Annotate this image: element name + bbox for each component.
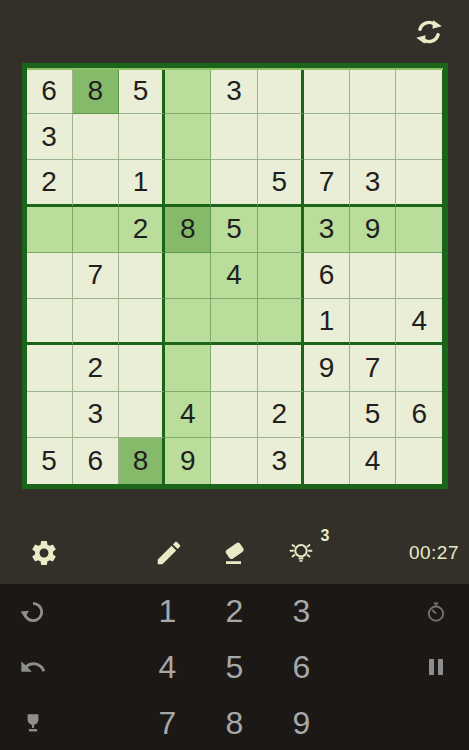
cell-r8c7[interactable] (304, 392, 350, 438)
cell-r6c5[interactable] (211, 299, 257, 345)
cell-r2c5[interactable] (211, 114, 257, 160)
restart-button[interactable] (0, 584, 66, 640)
hints-remaining-badge: 3 (321, 527, 330, 545)
cell-r1c8[interactable] (350, 68, 396, 114)
pause-button[interactable] (403, 640, 469, 696)
cell-r6c4[interactable] (165, 299, 211, 345)
cell-r7c9[interactable] (396, 345, 442, 391)
cell-r6c9[interactable]: 4 (396, 299, 442, 345)
cell-r6c6[interactable] (258, 299, 304, 345)
cell-r6c3[interactable] (119, 299, 165, 345)
cell-r2c7[interactable] (304, 114, 350, 160)
cell-r9c3[interactable]: 8 (119, 438, 165, 484)
cell-r3c6[interactable]: 5 (258, 160, 304, 206)
cell-r3c7[interactable]: 7 (304, 160, 350, 206)
cell-r5c5[interactable]: 4 (211, 253, 257, 299)
cell-r5c9[interactable] (396, 253, 442, 299)
cell-r9c2[interactable]: 6 (73, 438, 119, 484)
toolbar: 3 00:27 (0, 489, 469, 584)
eraser-button[interactable] (220, 538, 250, 568)
cell-r9c9[interactable] (396, 438, 442, 484)
cell-r3c5[interactable] (211, 160, 257, 206)
top-bar (0, 0, 469, 63)
cell-r7c1[interactable] (27, 345, 73, 391)
cell-r2c8[interactable] (350, 114, 396, 160)
cell-r3c2[interactable] (73, 160, 119, 206)
settings-button[interactable] (18, 538, 70, 568)
digit-3-button[interactable]: 3 (268, 584, 335, 640)
cell-r8c1[interactable] (27, 392, 73, 438)
lightbulb-icon (286, 538, 316, 568)
cell-r4c8[interactable]: 9 (350, 207, 396, 253)
cell-r3c4[interactable] (165, 160, 211, 206)
cell-r7c8[interactable]: 7 (350, 345, 396, 391)
cell-r9c6[interactable]: 3 (258, 438, 304, 484)
pause-icon (424, 655, 448, 679)
cell-r2c6[interactable] (258, 114, 304, 160)
cell-r4c7[interactable]: 3 (304, 207, 350, 253)
cell-r9c8[interactable]: 4 (350, 438, 396, 484)
cell-r1c4[interactable] (165, 68, 211, 114)
cell-r4c3[interactable]: 2 (119, 207, 165, 253)
cell-r5c2[interactable]: 7 (73, 253, 119, 299)
cell-r6c2[interactable] (73, 299, 119, 345)
cell-r5c4[interactable] (165, 253, 211, 299)
eraser-icon (220, 538, 250, 568)
cell-r7c5[interactable] (211, 345, 257, 391)
cell-r8c8[interactable]: 5 (350, 392, 396, 438)
cell-r6c7[interactable]: 1 (304, 299, 350, 345)
cell-r7c7[interactable]: 9 (304, 345, 350, 391)
sudoku-app: 6853321573285397461429734256568934 (0, 0, 469, 750)
stopwatch-icon (423, 599, 449, 625)
cell-r9c7[interactable] (304, 438, 350, 484)
cell-r1c6[interactable] (258, 68, 304, 114)
digit-6-button[interactable]: 6 (268, 640, 335, 696)
pencil-icon (154, 538, 184, 568)
cell-r4c6[interactable] (258, 207, 304, 253)
cell-r8c9[interactable]: 6 (396, 392, 442, 438)
cell-r4c2[interactable] (73, 207, 119, 253)
cell-r5c3[interactable] (119, 253, 165, 299)
digit-2-button[interactable]: 2 (201, 584, 268, 640)
cell-r8c5[interactable] (211, 392, 257, 438)
cell-r5c8[interactable] (350, 253, 396, 299)
cell-r7c3[interactable] (119, 345, 165, 391)
keypad: 1 2 3 4 5 6 (0, 584, 469, 750)
cell-r4c5[interactable]: 5 (211, 207, 257, 253)
digit-5-button[interactable]: 5 (201, 640, 268, 696)
digit-9-button[interactable]: 9 (268, 695, 335, 750)
undo-icon (19, 653, 47, 681)
trophy-icon (20, 710, 46, 736)
cell-r7c4[interactable] (165, 345, 211, 391)
cell-r5c1[interactable] (27, 253, 73, 299)
cell-r3c9[interactable] (396, 160, 442, 206)
cell-r1c2[interactable]: 8 (73, 68, 119, 114)
new-game-button[interactable] (413, 16, 445, 48)
cell-r5c7[interactable]: 6 (304, 253, 350, 299)
undo-button[interactable] (0, 640, 66, 696)
timer-display: 00:27 (409, 542, 459, 563)
cell-r8c2[interactable]: 3 (73, 392, 119, 438)
cell-r1c1[interactable]: 6 (27, 68, 73, 114)
gear-icon (29, 538, 59, 568)
cell-r1c5[interactable]: 3 (211, 68, 257, 114)
cell-r4c9[interactable] (396, 207, 442, 253)
cell-r2c4[interactable] (165, 114, 211, 160)
cell-r9c5[interactable] (211, 438, 257, 484)
cell-r7c2[interactable]: 2 (73, 345, 119, 391)
cell-r8c3[interactable] (119, 392, 165, 438)
cell-r2c3[interactable] (119, 114, 165, 160)
digit-1-button[interactable]: 1 (134, 584, 201, 640)
cell-r5c6[interactable] (258, 253, 304, 299)
cell-r1c7[interactable] (304, 68, 350, 114)
refresh-icon (413, 16, 445, 48)
cell-r8c4[interactable]: 4 (165, 392, 211, 438)
cell-r6c1[interactable] (27, 299, 73, 345)
cell-r9c1[interactable]: 5 (27, 438, 73, 484)
hint-button[interactable]: 3 (286, 538, 316, 568)
menu-button[interactable] (27, 21, 52, 43)
digit-4-button[interactable]: 4 (134, 640, 201, 696)
cell-r9c4[interactable]: 9 (165, 438, 211, 484)
digit-7-button[interactable]: 7 (134, 695, 201, 750)
timer-indicator (403, 584, 469, 640)
cell-r2c9[interactable] (396, 114, 442, 160)
cell-r3c3[interactable]: 1 (119, 160, 165, 206)
cell-r8c6[interactable]: 2 (258, 392, 304, 438)
restart-icon (19, 598, 47, 626)
cell-r1c3[interactable]: 5 (119, 68, 165, 114)
cell-r3c1[interactable]: 2 (27, 160, 73, 206)
digit-8-button[interactable]: 8 (201, 695, 268, 750)
notes-button[interactable] (154, 538, 184, 568)
cell-r6c8[interactable] (350, 299, 396, 345)
cell-r1c9[interactable] (396, 68, 442, 114)
cell-r2c1[interactable]: 3 (27, 114, 73, 160)
achievements-button[interactable] (0, 695, 66, 750)
cell-r7c6[interactable] (258, 345, 304, 391)
cell-r4c4[interactable]: 8 (165, 207, 211, 253)
sudoku-board: 6853321573285397461429734256568934 (22, 63, 448, 489)
cell-r3c8[interactable]: 3 (350, 160, 396, 206)
cell-r4c1[interactable] (27, 207, 73, 253)
cell-r2c2[interactable] (73, 114, 119, 160)
